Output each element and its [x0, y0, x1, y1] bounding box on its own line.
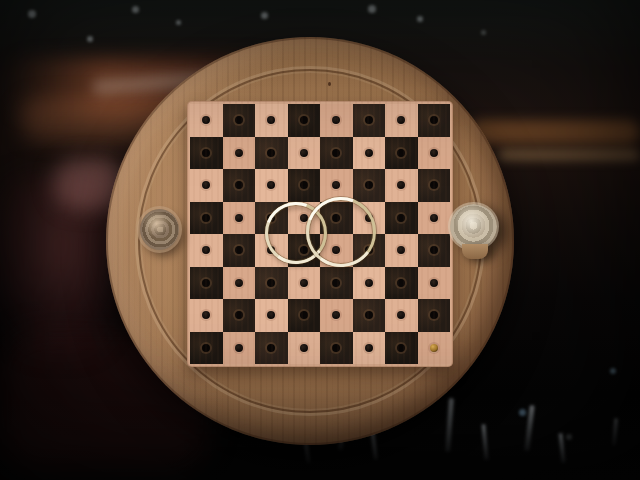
peg-hole — [365, 181, 373, 189]
square-g8 — [385, 104, 418, 137]
wood-speck — [328, 82, 331, 86]
peg-hole — [235, 214, 243, 222]
square-b8 — [223, 104, 256, 137]
peg-hole — [202, 181, 210, 189]
square-a3 — [190, 267, 223, 300]
square-f1 — [353, 332, 386, 365]
square-b1 — [223, 332, 256, 365]
peg-hole — [332, 311, 340, 319]
peg-hole — [202, 149, 210, 157]
peg-hole — [300, 149, 308, 157]
wedding-ring-right — [306, 197, 376, 267]
square-h1 — [418, 332, 451, 365]
peg-hole — [267, 181, 275, 189]
square-d3 — [288, 267, 321, 300]
square-a7 — [190, 137, 223, 170]
peg-hole — [202, 344, 210, 352]
peg-hole — [332, 149, 340, 157]
wooden-knob-right — [450, 204, 497, 249]
peg-hole — [235, 279, 243, 287]
peg-hole — [202, 116, 210, 124]
square-g1 — [385, 332, 418, 365]
square-a1 — [190, 332, 223, 365]
peg-hole — [332, 344, 340, 352]
peg-hole — [365, 149, 373, 157]
square-g6 — [385, 169, 418, 202]
peg-hole — [235, 149, 243, 157]
square-c6 — [255, 169, 288, 202]
square-g3 — [385, 267, 418, 300]
peg-hole — [202, 214, 210, 222]
square-b5 — [223, 202, 256, 235]
wooden-knob-right-base — [462, 244, 488, 259]
square-c3 — [255, 267, 288, 300]
peg-hole — [235, 116, 243, 124]
peg-hole — [365, 279, 373, 287]
peg-hole — [430, 149, 438, 157]
peg-hole — [397, 149, 405, 157]
wooden-knob-left — [140, 209, 179, 250]
square-f6 — [353, 169, 386, 202]
square-g4 — [385, 234, 418, 267]
peg-hole — [332, 279, 340, 287]
square-d2 — [288, 299, 321, 332]
square-a5 — [190, 202, 223, 235]
peg-hole — [397, 344, 405, 352]
peg-hole — [235, 344, 243, 352]
square-h2 — [418, 299, 451, 332]
peg-hole — [235, 311, 243, 319]
square-h6 — [418, 169, 451, 202]
peg-hole — [300, 116, 308, 124]
peg-hole — [397, 246, 405, 254]
peg-hole — [235, 181, 243, 189]
square-d7 — [288, 137, 321, 170]
peg-hole — [397, 214, 405, 222]
peg-hole — [430, 181, 438, 189]
square-c1 — [255, 332, 288, 365]
square-b2 — [223, 299, 256, 332]
square-h4 — [418, 234, 451, 267]
square-h5 — [418, 202, 451, 235]
peg-hole — [267, 149, 275, 157]
square-c8 — [255, 104, 288, 137]
wood-streak — [498, 149, 640, 161]
square-h3 — [418, 267, 451, 300]
square-d6 — [288, 169, 321, 202]
peg-hole — [202, 246, 210, 254]
peg-hole — [267, 116, 275, 124]
square-g5 — [385, 202, 418, 235]
square-f7 — [353, 137, 386, 170]
peg-hole — [430, 214, 438, 222]
peg-hole — [365, 311, 373, 319]
wood-streak — [468, 120, 640, 144]
peg-hole — [267, 311, 275, 319]
square-g2 — [385, 299, 418, 332]
square-b7 — [223, 137, 256, 170]
square-a2 — [190, 299, 223, 332]
square-d1 — [288, 332, 321, 365]
peg-hole — [397, 181, 405, 189]
square-b4 — [223, 234, 256, 267]
peg-hole — [267, 344, 275, 352]
peg-hole — [235, 246, 243, 254]
square-f2 — [353, 299, 386, 332]
square-b6 — [223, 169, 256, 202]
square-e1 — [320, 332, 353, 365]
peg-hole — [430, 116, 438, 124]
peg-hole — [397, 116, 405, 124]
peg-hole — [267, 279, 275, 287]
peg-hole — [430, 279, 438, 287]
square-c2 — [255, 299, 288, 332]
peg-hole — [202, 279, 210, 287]
photo-of-chessboard-with-rings — [0, 0, 640, 480]
peg-hole — [397, 311, 405, 319]
square-c7 — [255, 137, 288, 170]
square-e8 — [320, 104, 353, 137]
square-e3 — [320, 267, 353, 300]
square-a8 — [190, 104, 223, 137]
peg-hole — [430, 311, 438, 319]
square-a6 — [190, 169, 223, 202]
peg-hole — [300, 311, 308, 319]
peg-hole — [430, 246, 438, 254]
square-d8 — [288, 104, 321, 137]
square-a4 — [190, 234, 223, 267]
peg-hole — [365, 344, 373, 352]
brass-peg-hole — [430, 344, 438, 352]
peg-hole — [300, 344, 308, 352]
peg-hole — [202, 311, 210, 319]
peg-hole — [332, 181, 340, 189]
peg-hole — [397, 279, 405, 287]
square-f8 — [353, 104, 386, 137]
square-b3 — [223, 267, 256, 300]
peg-hole — [332, 116, 340, 124]
peg-hole — [365, 116, 373, 124]
square-h7 — [418, 137, 451, 170]
peg-hole — [300, 279, 308, 287]
square-g7 — [385, 137, 418, 170]
square-f3 — [353, 267, 386, 300]
square-e7 — [320, 137, 353, 170]
square-h8 — [418, 104, 451, 137]
square-e2 — [320, 299, 353, 332]
peg-hole — [300, 181, 308, 189]
